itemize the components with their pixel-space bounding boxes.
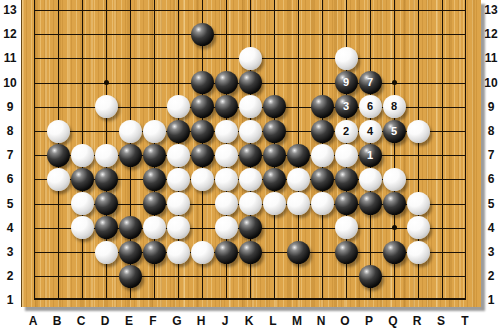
black-stone-Q5: [383, 192, 406, 215]
grid-cell: [130, 34, 154, 58]
grid-cell: [34, 228, 58, 252]
black-stone-J3: [215, 241, 238, 264]
black-stone-O3: [335, 241, 358, 264]
grid-cell: [58, 34, 82, 58]
grid-cell: [154, 10, 178, 34]
white-stone-J4: [215, 216, 238, 239]
row-label-right-13: 13: [482, 3, 500, 17]
black-stone-L7: [263, 144, 286, 167]
black-stone-J10: [215, 71, 238, 94]
grid-cell: [418, 0, 442, 10]
column-label-L: L: [264, 314, 282, 328]
black-stone-P10-move-7: 7: [359, 71, 382, 94]
grid-cell: [58, 10, 82, 34]
move-number: 3: [343, 95, 349, 118]
black-stone-F6: [143, 168, 166, 191]
grid-cell: [298, 58, 322, 82]
black-stone-D6: [95, 168, 118, 191]
white-stone-G7: [167, 144, 190, 167]
column-label-H: H: [192, 314, 210, 328]
grid-cell: [442, 276, 466, 300]
white-stone-R8: [407, 120, 430, 143]
white-stone-J6: [215, 168, 238, 191]
grid-cell: [442, 204, 466, 228]
column-label-S: S: [432, 314, 450, 328]
row-label-left-13: 13: [1, 3, 19, 17]
move-number: 2: [343, 120, 349, 143]
grid-cell: [34, 0, 58, 10]
column-label-O: O: [336, 314, 354, 328]
white-stone-N7: [311, 144, 334, 167]
black-stone-F7: [143, 144, 166, 167]
row-label-right-9: 9: [482, 100, 500, 114]
grid-cell: [394, 276, 418, 300]
white-stone-B8: [47, 120, 70, 143]
grid-cell: [106, 0, 130, 10]
black-stone-L9: [263, 95, 286, 118]
column-label-J: J: [216, 314, 234, 328]
black-stone-K10: [239, 71, 262, 94]
row-label-right-10: 10: [482, 76, 500, 90]
grid-cell: [274, 34, 298, 58]
grid-cell: [322, 10, 346, 34]
black-stone-J9: [215, 95, 238, 118]
black-stone-B7: [47, 144, 70, 167]
grid-cell: [442, 252, 466, 276]
grid-cell: [202, 276, 226, 300]
grid-cell: [106, 10, 130, 34]
move-number: 8: [391, 95, 397, 118]
grid-cell: [154, 276, 178, 300]
grid-cell: [226, 0, 250, 10]
white-stone-P6: [359, 168, 382, 191]
grid-cell: [418, 10, 442, 34]
grid-cell: [82, 10, 106, 34]
column-label-K: K: [240, 314, 258, 328]
grid-cell: [394, 0, 418, 10]
star-point: [392, 80, 397, 85]
white-stone-C5: [71, 192, 94, 215]
grid-cell: [418, 276, 442, 300]
white-stone-K5: [239, 192, 262, 215]
column-label-Q: Q: [384, 314, 402, 328]
black-stone-L8: [263, 120, 286, 143]
grid-cell: [58, 58, 82, 82]
black-stone-C6: [71, 168, 94, 191]
grid-cell: [346, 0, 370, 10]
row-label-right-11: 11: [482, 51, 500, 65]
black-stone-Q3: [383, 241, 406, 264]
grid-cell: [82, 0, 106, 10]
grid-cell: [154, 58, 178, 82]
row-label-left-10: 10: [1, 76, 19, 90]
black-stone-K3: [239, 241, 262, 264]
white-stone-Q6: [383, 168, 406, 191]
row-label-left-2: 2: [1, 269, 19, 283]
white-stone-K8: [239, 120, 262, 143]
grid-cell: [394, 10, 418, 34]
grid-cell: [106, 34, 130, 58]
white-stone-O8-move-2: 2: [335, 120, 358, 143]
black-stone-N6: [311, 168, 334, 191]
white-stone-G4: [167, 216, 190, 239]
row-label-left-8: 8: [1, 124, 19, 138]
white-stone-Q9-move-8: 8: [383, 95, 406, 118]
row-label-left-11: 11: [1, 51, 19, 65]
grid-cell: [442, 0, 466, 10]
white-stone-P9-move-6: 6: [359, 95, 382, 118]
white-stone-G5: [167, 192, 190, 215]
white-stone-D7: [95, 144, 118, 167]
white-stone-G9: [167, 95, 190, 118]
grid-cell: [250, 10, 274, 34]
grid-cell: [82, 58, 106, 82]
black-stone-O6: [335, 168, 358, 191]
white-stone-N5: [311, 192, 334, 215]
grid-cell: [250, 0, 274, 10]
white-stone-M5: [287, 192, 310, 215]
column-label-N: N: [312, 314, 330, 328]
grid-cell: [274, 0, 298, 10]
grid-cell: [202, 0, 226, 10]
white-stone-F4: [143, 216, 166, 239]
black-stone-H9: [191, 95, 214, 118]
row-label-left-9: 9: [1, 100, 19, 114]
black-stone-D5: [95, 192, 118, 215]
column-label-P: P: [360, 314, 378, 328]
column-label-B: B: [48, 314, 66, 328]
grid-cell: [34, 10, 58, 34]
grid-cell: [226, 276, 250, 300]
white-stone-L5: [263, 192, 286, 215]
grid-cell: [58, 276, 82, 300]
grid-cell: [34, 252, 58, 276]
go-board[interactable]: 973682451: [21, 0, 481, 307]
grid-cell: [34, 58, 58, 82]
grid-cell: [130, 58, 154, 82]
move-number: 9: [343, 71, 349, 94]
grid-cell: [154, 34, 178, 58]
black-stone-D4: [95, 216, 118, 239]
grid-cell: [58, 0, 82, 10]
row-label-right-5: 5: [482, 197, 500, 211]
grid-cell: [250, 276, 274, 300]
black-stone-H10: [191, 71, 214, 94]
row-label-right-3: 3: [482, 245, 500, 259]
white-stone-H6: [191, 168, 214, 191]
black-stone-E3: [119, 241, 142, 264]
move-number: 7: [367, 71, 373, 94]
black-stone-Q8-move-5: 5: [383, 120, 406, 143]
grid-cell: [442, 131, 466, 155]
white-stone-P8-move-4: 4: [359, 120, 382, 143]
grid-cell: [442, 107, 466, 131]
white-stone-H3: [191, 241, 214, 264]
move-number: 6: [367, 95, 373, 118]
grid-cell: [298, 276, 322, 300]
white-stone-D9: [95, 95, 118, 118]
grid-cell: [34, 83, 58, 107]
black-stone-F5: [143, 192, 166, 215]
white-stone-F8: [143, 120, 166, 143]
row-label-left-1: 1: [1, 293, 19, 307]
column-label-T: T: [456, 314, 474, 328]
white-stone-J5: [215, 192, 238, 215]
black-stone-H7: [191, 144, 214, 167]
grid-cell: [154, 0, 178, 10]
white-stone-J7: [215, 144, 238, 167]
grid-cell: [442, 10, 466, 34]
move-number: 5: [391, 120, 397, 143]
black-stone-F3: [143, 241, 166, 264]
grid-cell: [58, 252, 82, 276]
row-label-right-2: 2: [482, 269, 500, 283]
row-label-right-4: 4: [482, 221, 500, 235]
black-stone-M3: [287, 241, 310, 264]
row-label-left-3: 3: [1, 245, 19, 259]
row-label-left-7: 7: [1, 148, 19, 162]
grid-cell: [442, 58, 466, 82]
black-stone-H12: [191, 23, 214, 46]
grid-cell: [418, 58, 442, 82]
grid-cell: [322, 276, 346, 300]
black-stone-O9-move-3: 3: [335, 95, 358, 118]
grid-cell: [58, 83, 82, 107]
grid-cell: [178, 276, 202, 300]
black-stone-K4: [239, 216, 262, 239]
grid-cell: [370, 10, 394, 34]
grid-cell: [346, 10, 370, 34]
column-label-C: C: [72, 314, 90, 328]
grid-cell: [418, 83, 442, 107]
white-stone-K11: [239, 47, 262, 70]
star-point: [104, 80, 109, 85]
black-stone-K7: [239, 144, 262, 167]
row-label-left-12: 12: [1, 27, 19, 41]
grid-cell: [394, 58, 418, 82]
black-stone-H8: [191, 120, 214, 143]
grid-cell: [370, 34, 394, 58]
row-label-right-8: 8: [482, 124, 500, 138]
grid-cell: [82, 34, 106, 58]
grid-cell: [106, 58, 130, 82]
grid-cell: [298, 10, 322, 34]
grid-cell: [274, 276, 298, 300]
grid-cell: [322, 0, 346, 10]
grid-cell: [394, 34, 418, 58]
row-label-right-6: 6: [482, 172, 500, 186]
grid-cell: [442, 228, 466, 252]
grid-cell: [442, 179, 466, 203]
grid-cell: [274, 58, 298, 82]
white-stone-E8: [119, 120, 142, 143]
grid-cell: [130, 10, 154, 34]
column-label-R: R: [408, 314, 426, 328]
black-stone-N8: [311, 120, 334, 143]
grid-cell: [442, 34, 466, 58]
grid-cell: [442, 155, 466, 179]
white-stone-C4: [71, 216, 94, 239]
column-label-M: M: [288, 314, 306, 328]
row-label-left-4: 4: [1, 221, 19, 235]
grid-cell: [442, 83, 466, 107]
grid-cell: [130, 83, 154, 107]
grid-cell: [418, 155, 442, 179]
white-stone-R4: [407, 216, 430, 239]
row-label-right-1: 1: [482, 293, 500, 307]
black-stone-P7-move-1: 1: [359, 144, 382, 167]
column-label-D: D: [96, 314, 114, 328]
white-stone-B6: [47, 168, 70, 191]
grid-cell: [226, 10, 250, 34]
column-label-F: F: [144, 314, 162, 328]
black-stone-P2: [359, 265, 382, 288]
row-label-left-5: 5: [1, 197, 19, 211]
white-stone-R5: [407, 192, 430, 215]
grid-cell: [370, 0, 394, 10]
black-stone-O10-move-9: 9: [335, 71, 358, 94]
white-stone-O11: [335, 47, 358, 70]
grid-cell: [274, 10, 298, 34]
black-stone-O5: [335, 192, 358, 215]
row-label-left-6: 6: [1, 172, 19, 186]
white-stone-M6: [287, 168, 310, 191]
white-stone-D3: [95, 241, 118, 264]
white-stone-R3: [407, 241, 430, 264]
white-stone-G3: [167, 241, 190, 264]
white-stone-K6: [239, 168, 262, 191]
grid-cell: [34, 204, 58, 228]
white-stone-J8: [215, 120, 238, 143]
white-stone-C7: [71, 144, 94, 167]
white-stone-G6: [167, 168, 190, 191]
white-stone-O4: [335, 216, 358, 239]
black-stone-G8: [167, 120, 190, 143]
row-label-right-12: 12: [482, 27, 500, 41]
grid-cell: [178, 0, 202, 10]
grid-cell: [82, 276, 106, 300]
black-stone-M7: [287, 144, 310, 167]
row-label-right-7: 7: [482, 148, 500, 162]
black-stone-P5: [359, 192, 382, 215]
grid-cell: [34, 276, 58, 300]
move-number: 4: [367, 120, 373, 143]
white-stone-O7: [335, 144, 358, 167]
white-stone-K9: [239, 95, 262, 118]
black-stone-N9: [311, 95, 334, 118]
column-label-A: A: [24, 314, 42, 328]
go-board-page: 973682451 13121110987654321 131211109876…: [0, 0, 500, 332]
black-stone-L6: [263, 168, 286, 191]
grid-cell: [418, 34, 442, 58]
move-number: 1: [367, 144, 373, 167]
grid-cell: [130, 0, 154, 10]
grid-cell: [298, 0, 322, 10]
column-label-E: E: [120, 314, 138, 328]
black-stone-E7: [119, 144, 142, 167]
column-label-G: G: [168, 314, 186, 328]
grid-cell: [298, 34, 322, 58]
black-stone-E4: [119, 216, 142, 239]
star-point: [392, 225, 397, 230]
grid-cell: [34, 34, 58, 58]
black-stone-E2: [119, 265, 142, 288]
